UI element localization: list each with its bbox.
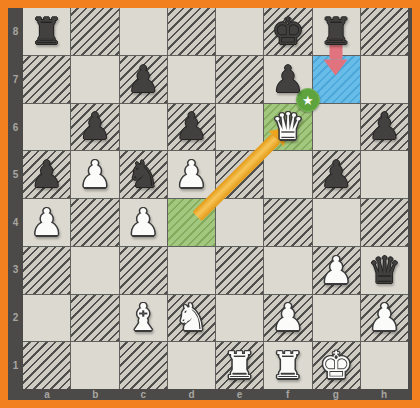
file-label-g: g	[312, 389, 360, 400]
file-label-b: b	[71, 389, 119, 400]
piece-white-knight-d2[interactable]: ♞	[168, 295, 215, 342]
rank-label-2: 2	[8, 294, 23, 342]
square-b2[interactable]	[71, 295, 118, 342]
piece-black-rook-a8[interactable]: ♜	[23, 8, 70, 55]
square-h1[interactable]	[361, 342, 408, 389]
square-h5[interactable]	[361, 151, 408, 198]
piece-white-pawn-h2[interactable]: ♟	[361, 295, 408, 342]
square-b3[interactable]	[71, 247, 118, 294]
square-c3[interactable]	[120, 247, 167, 294]
piece-black-rook-g8[interactable]: ♜	[313, 8, 360, 55]
piece-white-bishop-c2[interactable]: ♝	[120, 295, 167, 342]
square-g7[interactable]	[313, 56, 360, 103]
rank-label-6: 6	[8, 103, 23, 151]
rank-label-5: 5	[8, 151, 23, 199]
piece-black-pawn-a5[interactable]: ♟	[23, 151, 70, 198]
piece-black-pawn-g5[interactable]: ♟	[313, 151, 360, 198]
rank-label-7: 7	[8, 56, 23, 104]
piece-black-pawn-b6[interactable]: ♟	[71, 104, 118, 151]
square-b7[interactable]	[71, 56, 118, 103]
square-f5[interactable]	[264, 151, 311, 198]
rank-label-3: 3	[8, 246, 23, 294]
piece-white-pawn-c4[interactable]: ♟	[120, 199, 167, 246]
square-a2[interactable]	[23, 295, 70, 342]
square-d3[interactable]	[168, 247, 215, 294]
square-f4[interactable]	[264, 199, 311, 246]
square-d7[interactable]	[168, 56, 215, 103]
chess-analysis-screenshot: { "game": "chess", "position": { "fen": …	[0, 0, 420, 408]
square-b4[interactable]	[71, 199, 118, 246]
piece-black-king-f8[interactable]: ♚	[264, 8, 311, 55]
square-b8[interactable]	[71, 8, 118, 55]
piece-white-pawn-g3[interactable]: ♟	[313, 247, 360, 294]
square-h4[interactable]	[361, 199, 408, 246]
piece-white-queen-f6[interactable]: ♛	[264, 104, 311, 151]
square-c8[interactable]	[120, 8, 167, 55]
square-d1[interactable]	[168, 342, 215, 389]
rank-labels: 87654321	[8, 8, 23, 389]
square-a1[interactable]	[23, 342, 70, 389]
file-labels: abcdefgh	[23, 389, 408, 400]
piece-black-knight-c5[interactable]: ♞	[120, 151, 167, 198]
square-e5[interactable]	[216, 151, 263, 198]
piece-white-pawn-a4[interactable]: ♟	[23, 199, 70, 246]
square-a6[interactable]	[23, 104, 70, 151]
file-label-a: a	[23, 389, 71, 400]
square-g4[interactable]	[313, 199, 360, 246]
square-d4[interactable]	[168, 199, 215, 246]
file-label-c: c	[119, 389, 167, 400]
piece-white-king-g1[interactable]: ♚	[313, 342, 360, 389]
piece-black-pawn-d6[interactable]: ♟	[168, 104, 215, 151]
chess-board	[23, 8, 408, 389]
square-c6[interactable]	[120, 104, 167, 151]
piece-black-pawn-c7[interactable]: ♟	[120, 56, 167, 103]
square-e2[interactable]	[216, 295, 263, 342]
square-f3[interactable]	[264, 247, 311, 294]
square-e6[interactable]	[216, 104, 263, 151]
square-e3[interactable]	[216, 247, 263, 294]
piece-black-queen-h3[interactable]: ♛	[361, 247, 408, 294]
square-a7[interactable]	[23, 56, 70, 103]
rank-label-4: 4	[8, 199, 23, 247]
square-e7[interactable]	[216, 56, 263, 103]
square-g2[interactable]	[313, 295, 360, 342]
square-e8[interactable]	[216, 8, 263, 55]
piece-white-pawn-d5[interactable]: ♟	[168, 151, 215, 198]
piece-white-pawn-f2[interactable]: ♟	[264, 295, 311, 342]
square-g6[interactable]	[313, 104, 360, 151]
square-h7[interactable]	[361, 56, 408, 103]
square-a3[interactable]	[23, 247, 70, 294]
piece-black-pawn-h6[interactable]: ♟	[361, 104, 408, 151]
rank-label-1: 1	[8, 341, 23, 389]
file-label-h: h	[360, 389, 408, 400]
piece-white-rook-f1[interactable]: ♜	[264, 342, 311, 389]
rank-label-8: 8	[8, 8, 23, 56]
piece-black-pawn-f7[interactable]: ♟	[264, 56, 311, 103]
square-h8[interactable]	[361, 8, 408, 55]
piece-white-rook-e1[interactable]: ♜	[216, 342, 263, 389]
square-b1[interactable]	[71, 342, 118, 389]
square-e4[interactable]	[216, 199, 263, 246]
file-label-e: e	[216, 389, 264, 400]
file-label-d: d	[167, 389, 215, 400]
piece-white-pawn-b5[interactable]: ♟	[71, 151, 118, 198]
square-d8[interactable]	[168, 8, 215, 55]
square-c1[interactable]	[120, 342, 167, 389]
file-label-f: f	[264, 389, 312, 400]
